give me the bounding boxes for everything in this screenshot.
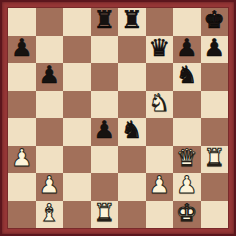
square-e7[interactable] <box>118 36 146 64</box>
white-pawn-piece[interactable]: ♟ <box>11 146 33 173</box>
black-pawn-piece[interactable]: ♟ <box>203 36 225 63</box>
square-f6[interactable] <box>146 63 174 91</box>
square-e3[interactable] <box>118 146 146 174</box>
square-a8[interactable] <box>8 8 36 36</box>
square-g8[interactable] <box>173 8 201 36</box>
square-h4[interactable] <box>201 118 229 146</box>
black-rook-piece[interactable]: ♜ <box>121 8 143 35</box>
white-pawn-piece[interactable]: ♟ <box>38 173 60 200</box>
white-knight-piece[interactable]: ♞ <box>148 91 170 118</box>
square-f1[interactable] <box>146 201 174 229</box>
white-bishop-piece[interactable]: ♝ <box>38 201 60 228</box>
white-pawn-piece[interactable]: ♟ <box>176 173 198 200</box>
black-rook-piece[interactable]: ♜ <box>93 8 115 35</box>
square-g3[interactable]: ♛ <box>173 146 201 174</box>
square-d1[interactable]: ♜ <box>91 201 119 229</box>
square-c6[interactable] <box>63 63 91 91</box>
square-g1[interactable]: ♚ <box>173 201 201 229</box>
square-g4[interactable] <box>173 118 201 146</box>
square-c5[interactable] <box>63 91 91 119</box>
square-a3[interactable]: ♟ <box>8 146 36 174</box>
square-f8[interactable] <box>146 8 174 36</box>
square-b1[interactable]: ♝ <box>36 201 64 229</box>
square-e6[interactable] <box>118 63 146 91</box>
white-king-piece[interactable]: ♚ <box>176 201 198 228</box>
square-b7[interactable] <box>36 36 64 64</box>
square-g2[interactable]: ♟ <box>173 173 201 201</box>
square-f7[interactable]: ♛ <box>146 36 174 64</box>
square-a6[interactable] <box>8 63 36 91</box>
square-h7[interactable]: ♟ <box>201 36 229 64</box>
square-b5[interactable] <box>36 91 64 119</box>
chess-board: ♜♜♚♟♛♟♟♟♞♞♟♞♟♛♜♟♟♟♝♜♚ <box>8 8 228 228</box>
square-a7[interactable]: ♟ <box>8 36 36 64</box>
square-h1[interactable] <box>201 201 229 229</box>
black-pawn-piece[interactable]: ♟ <box>93 118 115 145</box>
square-d5[interactable] <box>91 91 119 119</box>
square-a4[interactable] <box>8 118 36 146</box>
white-queen-piece[interactable]: ♛ <box>176 146 198 173</box>
square-e1[interactable] <box>118 201 146 229</box>
square-c2[interactable] <box>63 173 91 201</box>
black-queen-piece[interactable]: ♛ <box>148 36 170 63</box>
square-c8[interactable] <box>63 8 91 36</box>
square-d3[interactable] <box>91 146 119 174</box>
square-b4[interactable] <box>36 118 64 146</box>
square-b8[interactable] <box>36 8 64 36</box>
square-e8[interactable]: ♜ <box>118 8 146 36</box>
square-h6[interactable] <box>201 63 229 91</box>
white-rook-piece[interactable]: ♜ <box>203 146 225 173</box>
white-rook-piece[interactable]: ♜ <box>93 201 115 228</box>
square-e5[interactable] <box>118 91 146 119</box>
square-h5[interactable] <box>201 91 229 119</box>
black-pawn-piece[interactable]: ♟ <box>176 36 198 63</box>
square-b6[interactable]: ♟ <box>36 63 64 91</box>
square-e2[interactable] <box>118 173 146 201</box>
square-d8[interactable]: ♜ <box>91 8 119 36</box>
square-c4[interactable] <box>63 118 91 146</box>
chess-board-frame: ♜♜♚♟♛♟♟♟♞♞♟♞♟♛♜♟♟♟♝♜♚ <box>0 0 236 236</box>
square-c3[interactable] <box>63 146 91 174</box>
square-a2[interactable] <box>8 173 36 201</box>
square-d7[interactable] <box>91 36 119 64</box>
square-g7[interactable]: ♟ <box>173 36 201 64</box>
square-g5[interactable] <box>173 91 201 119</box>
black-king-piece[interactable]: ♚ <box>203 8 225 35</box>
square-c1[interactable] <box>63 201 91 229</box>
square-g6[interactable]: ♞ <box>173 63 201 91</box>
square-a1[interactable] <box>8 201 36 229</box>
square-h3[interactable]: ♜ <box>201 146 229 174</box>
square-f2[interactable]: ♟ <box>146 173 174 201</box>
white-pawn-piece[interactable]: ♟ <box>148 173 170 200</box>
square-h8[interactable]: ♚ <box>201 8 229 36</box>
black-knight-piece[interactable]: ♞ <box>121 118 143 145</box>
black-knight-piece[interactable]: ♞ <box>176 63 198 90</box>
black-pawn-piece[interactable]: ♟ <box>11 36 33 63</box>
square-a5[interactable] <box>8 91 36 119</box>
square-h2[interactable] <box>201 173 229 201</box>
square-f3[interactable] <box>146 146 174 174</box>
square-d2[interactable] <box>91 173 119 201</box>
square-b2[interactable]: ♟ <box>36 173 64 201</box>
square-f5[interactable]: ♞ <box>146 91 174 119</box>
square-f4[interactable] <box>146 118 174 146</box>
black-pawn-piece[interactable]: ♟ <box>38 63 60 90</box>
square-c7[interactable] <box>63 36 91 64</box>
square-e4[interactable]: ♞ <box>118 118 146 146</box>
square-b3[interactable] <box>36 146 64 174</box>
square-d6[interactable] <box>91 63 119 91</box>
square-d4[interactable]: ♟ <box>91 118 119 146</box>
